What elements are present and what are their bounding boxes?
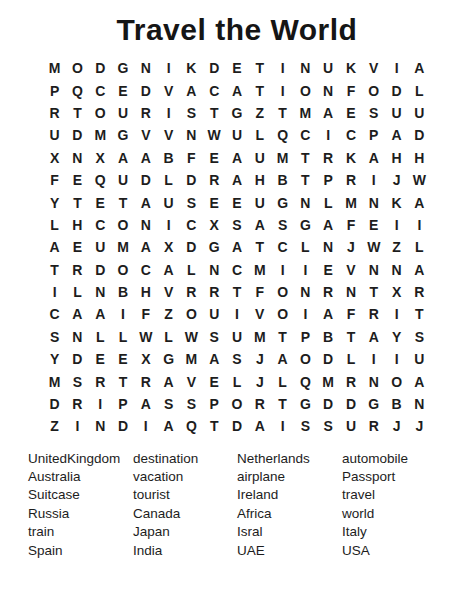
grid-cell-r9c14: J — [340, 236, 363, 258]
grid-cell-r3c6: I — [157, 102, 180, 124]
grid-cell-r2c2: Q — [66, 79, 89, 101]
grid-cell-r10c14: V — [340, 259, 363, 281]
grid-cell-r15c6: A — [157, 370, 180, 392]
grid-cell-r11c7: R — [180, 281, 203, 303]
grid-cell-r4c13: I — [317, 124, 340, 146]
grid-cell-r6c7: D — [180, 169, 203, 191]
word-list-item: Japan — [133, 523, 237, 541]
grid-cell-r17c15: R — [362, 415, 385, 437]
grid-cell-r17c11: I — [271, 415, 294, 437]
grid-cell-r14c9: S — [226, 348, 249, 370]
grid-cell-r5c12: T — [294, 147, 317, 169]
grid-cell-r6c13: P — [317, 169, 340, 191]
grid-cell-r2c4: E — [112, 79, 135, 101]
grid-cell-r7c10: U — [248, 191, 271, 213]
grid-cell-r2c10: T — [248, 79, 271, 101]
grid-cell-r5c13: R — [317, 147, 340, 169]
grid-cell-r6c16: J — [385, 169, 408, 191]
grid-cell-r2c5: D — [134, 79, 157, 101]
grid-cell-r4c17: D — [408, 124, 431, 146]
grid-cell-r16c13: D — [317, 393, 340, 415]
word-list-item: Canada — [133, 505, 237, 523]
grid-cell-r6c1: F — [43, 169, 66, 191]
grid-cell-r8c1: L — [43, 214, 66, 236]
grid-cell-r5c15: A — [362, 147, 385, 169]
grid-cell-r6c11: B — [271, 169, 294, 191]
grid-cell-r10c12: I — [294, 259, 317, 281]
grid-cell-r15c17: A — [408, 370, 431, 392]
grid-cell-r7c6: U — [157, 191, 180, 213]
grid-cell-r13c9: U — [226, 326, 249, 348]
grid-cell-r16c4: P — [112, 393, 135, 415]
grid-cell-r5c14: K — [340, 147, 363, 169]
grid-cell-r3c1: R — [43, 102, 66, 124]
grid-cell-r11c14: N — [340, 281, 363, 303]
grid-cell-r1c1: M — [43, 57, 66, 79]
grid-cell-r3c10: Z — [248, 102, 271, 124]
grid-cell-r11c2: L — [66, 281, 89, 303]
grid-cell-r17c4: D — [112, 415, 135, 437]
word-search-grid: MODGNIKDETINUKVIAPQCEDVACATIONFODLRTOURI… — [0, 57, 474, 438]
word-list-item: Passport — [342, 468, 474, 486]
grid-cell-r11c16: X — [385, 281, 408, 303]
grid-cell-r13c15: A — [362, 326, 385, 348]
grid-cell-r3c17: U — [408, 102, 431, 124]
grid-cell-r17c1: Z — [43, 415, 66, 437]
grid-cell-r12c17: T — [408, 303, 431, 325]
grid-cell-r14c8: A — [203, 348, 226, 370]
grid-cell-r9c8: G — [203, 236, 226, 258]
grid-cell-r15c3: R — [89, 370, 112, 392]
grid-cell-r7c16: K — [385, 191, 408, 213]
grid-cell-r4c9: U — [226, 124, 249, 146]
grid-cell-r4c16: A — [385, 124, 408, 146]
grid-cell-r8c10: A — [248, 214, 271, 236]
grid-cell-r2c3: C — [89, 79, 112, 101]
grid-cell-r1c12: N — [294, 57, 317, 79]
grid-cell-r3c5: R — [134, 102, 157, 124]
grid-cell-r14c17: U — [408, 348, 431, 370]
grid-cell-r3c11: T — [271, 102, 294, 124]
grid-cell-r7c1: Y — [43, 191, 66, 213]
grid-cell-r1c10: T — [248, 57, 271, 79]
grid-cell-r10c10: M — [248, 259, 271, 281]
grid-cell-r10c16: N — [385, 259, 408, 281]
grid-cell-r14c11: A — [271, 348, 294, 370]
grid-cell-r9c13: N — [317, 236, 340, 258]
grid-cell-r8c11: S — [271, 214, 294, 236]
grid-cell-r13c3: L — [89, 326, 112, 348]
grid-cell-r2c11: I — [271, 79, 294, 101]
grid-cell-r16c5: A — [134, 393, 157, 415]
grid-cell-r7c15: N — [362, 191, 385, 213]
grid-cell-r12c5: F — [134, 303, 157, 325]
grid-cell-r8c15: E — [362, 214, 385, 236]
grid-cell-r13c7: W — [180, 326, 203, 348]
grid-cell-r17c8: T — [203, 415, 226, 437]
grid-cell-r10c2: R — [66, 259, 89, 281]
grid-cell-r15c2: S — [66, 370, 89, 392]
grid-cell-r2c16: D — [385, 79, 408, 101]
grid-cell-r11c4: B — [112, 281, 135, 303]
grid-cell-r6c15: I — [362, 169, 385, 191]
grid-cell-r17c16: J — [385, 415, 408, 437]
grid-cell-r11c1: I — [43, 281, 66, 303]
grid-cell-r12c14: F — [340, 303, 363, 325]
grid-cell-r7c14: M — [340, 191, 363, 213]
grid-cell-r16c8: P — [203, 393, 226, 415]
grid-cell-r2c6: V — [157, 79, 180, 101]
grid-cell-r6c6: L — [157, 169, 180, 191]
grid-cell-r9c12: L — [294, 236, 317, 258]
grid-cell-r10c3: D — [89, 259, 112, 281]
grid-cell-r4c6: V — [157, 124, 180, 146]
grid-cell-r8c3: C — [89, 214, 112, 236]
grid-cell-r7c8: E — [203, 191, 226, 213]
grid-cell-r5c7: F — [180, 147, 203, 169]
grid-cell-r12c15: R — [362, 303, 385, 325]
grid-cell-r9c17: L — [408, 236, 431, 258]
grid-cell-r17c13: S — [317, 415, 340, 437]
grid-cell-r17c14: U — [340, 415, 363, 437]
word-list-item: world — [342, 505, 474, 523]
grid-cell-r8c17: I — [408, 214, 431, 236]
grid-cell-r12c6: Z — [157, 303, 180, 325]
grid-cell-r14c14: L — [340, 348, 363, 370]
grid-cell-r13c16: Y — [385, 326, 408, 348]
grid-cell-r7c7: S — [180, 191, 203, 213]
grid-cell-r7c2: T — [66, 191, 89, 213]
grid-cell-r17c12: S — [294, 415, 317, 437]
grid-cell-r2c7: A — [180, 79, 203, 101]
grid-cell-r12c10: V — [248, 303, 271, 325]
word-list-item: Netherlands — [237, 450, 342, 468]
grid-cell-r11c11: O — [271, 281, 294, 303]
grid-cell-r7c17: A — [408, 191, 431, 213]
grid-cell-r5c4: A — [112, 147, 135, 169]
word-list-column-1: UnitedKingdomAustraliaSuitcaseRussiatrai… — [28, 450, 133, 560]
grid-cell-r4c12: C — [294, 124, 317, 146]
grid-cell-r2c17: L — [408, 79, 431, 101]
grid-cell-r17c7: Q — [180, 415, 203, 437]
grid-cell-r8c5: N — [134, 214, 157, 236]
grid-cell-r11c5: H — [134, 281, 157, 303]
grid-cell-r2c13: N — [317, 79, 340, 101]
grid-cell-r13c12: P — [294, 326, 317, 348]
grid-cell-r11c12: N — [294, 281, 317, 303]
grid-cell-r16c9: O — [226, 393, 249, 415]
grid-cell-r5c6: B — [157, 147, 180, 169]
grid-cell-r3c8: T — [203, 102, 226, 124]
grid-cell-r5c3: X — [89, 147, 112, 169]
grid-cell-r11c15: T — [362, 281, 385, 303]
grid-cell-r16c14: D — [340, 393, 363, 415]
grid-cell-r16c7: S — [180, 393, 203, 415]
grid-cell-r1c6: I — [157, 57, 180, 79]
grid-cell-r17c10: A — [248, 415, 271, 437]
grid-cell-r4c8: W — [203, 124, 226, 146]
grid-cell-r9c15: W — [362, 236, 385, 258]
grid-cell-r15c1: M — [43, 370, 66, 392]
word-list: UnitedKingdomAustraliaSuitcaseRussiatrai… — [0, 450, 474, 560]
grid-cell-r8c2: H — [66, 214, 89, 236]
puzzle-title: Travel the World — [0, 0, 474, 47]
grid-cell-r12c9: I — [226, 303, 249, 325]
grid-cell-r12c8: U — [203, 303, 226, 325]
grid-cell-r6c8: R — [203, 169, 226, 191]
grid-cell-r10c5: C — [134, 259, 157, 281]
grid-cell-r5c2: N — [66, 147, 89, 169]
grid-cell-r7c3: E — [89, 191, 112, 213]
word-list-item: Suitcase — [28, 486, 133, 504]
grid-cell-r9c6: X — [157, 236, 180, 258]
grid-cell-r14c7: M — [180, 348, 203, 370]
grid-cell-r15c11: L — [271, 370, 294, 392]
grid-cell-r10c11: I — [271, 259, 294, 281]
grid-cell-r1c5: N — [134, 57, 157, 79]
grid-cell-r9c11: C — [271, 236, 294, 258]
word-list-item: automobile — [342, 450, 474, 468]
grid-cell-r16c17: N — [408, 393, 431, 415]
word-list-column-2: destinationvacationtouristCanadaJapanInd… — [133, 450, 237, 560]
grid-cell-r14c4: E — [112, 348, 135, 370]
grid-cell-r4c10: L — [248, 124, 271, 146]
grid-cell-r5c5: A — [134, 147, 157, 169]
grid-cell-r11c6: V — [157, 281, 180, 303]
grid-cell-r2c14: F — [340, 79, 363, 101]
grid-cell-r5c8: E — [203, 147, 226, 169]
grid-cell-r3c2: T — [66, 102, 89, 124]
grid-cell-r15c4: T — [112, 370, 135, 392]
grid-cell-r16c1: D — [43, 393, 66, 415]
grid-cell-r13c8: S — [203, 326, 226, 348]
word-list-item: Russia — [28, 505, 133, 523]
grid-cell-r16c15: G — [362, 393, 385, 415]
grid-cell-r13c10: M — [248, 326, 271, 348]
grid-cell-r4c4: G — [112, 124, 135, 146]
grid-cell-r1c3: D — [89, 57, 112, 79]
grid-cell-r12c12: I — [294, 303, 317, 325]
grid-cell-r3c15: S — [362, 102, 385, 124]
grid-cell-r12c3: A — [89, 303, 112, 325]
grid-cell-r12c1: C — [43, 303, 66, 325]
grid-cell-r6c9: A — [226, 169, 249, 191]
grid-cell-r9c5: A — [134, 236, 157, 258]
grid-cell-r13c4: L — [112, 326, 135, 348]
word-list-column-3: NetherlandsairplaneIrelandAfricaIsralUAE — [237, 450, 342, 560]
grid-cell-r9c16: Z — [385, 236, 408, 258]
word-list-item: Italy — [342, 523, 474, 541]
grid-cell-r17c2: I — [66, 415, 89, 437]
word-list-item: UAE — [237, 542, 342, 560]
grid-cell-r4c2: D — [66, 124, 89, 146]
grid-cell-r14c12: O — [294, 348, 317, 370]
grid-cell-r11c9: T — [226, 281, 249, 303]
grid-cell-r6c10: H — [248, 169, 271, 191]
grid-cell-r11c13: R — [317, 281, 340, 303]
grid-cell-r5c11: M — [271, 147, 294, 169]
grid-cell-r13c5: W — [134, 326, 157, 348]
grid-cell-r14c2: D — [66, 348, 89, 370]
grid-cell-r5c17: H — [408, 147, 431, 169]
grid-cell-r15c5: R — [134, 370, 157, 392]
grid-cell-r8c8: X — [203, 214, 226, 236]
grid-cell-r6c12: T — [294, 169, 317, 191]
grid-cell-r4c1: U — [43, 124, 66, 146]
grid-cell-r5c9: A — [226, 147, 249, 169]
grid-cell-r1c11: I — [271, 57, 294, 79]
grid-cell-r9c4: M — [112, 236, 135, 258]
word-list-item: Spain — [28, 542, 133, 560]
grid-cell-r12c2: A — [66, 303, 89, 325]
grid-cell-r2c8: C — [203, 79, 226, 101]
grid-cell-r4c5: V — [134, 124, 157, 146]
grid-cell-r3c3: O — [89, 102, 112, 124]
grid-cell-r6c4: U — [112, 169, 135, 191]
grid-cell-r8c7: C — [180, 214, 203, 236]
grid-cell-r6c2: E — [66, 169, 89, 191]
grid-cell-r3c9: G — [226, 102, 249, 124]
grid-cell-r15c8: E — [203, 370, 226, 392]
grid-cell-r3c16: U — [385, 102, 408, 124]
grid-cell-r2c12: O — [294, 79, 317, 101]
grid-cell-r9c9: A — [226, 236, 249, 258]
grid-cell-r11c10: F — [248, 281, 271, 303]
grid-cell-r3c7: S — [180, 102, 203, 124]
grid-cell-r9c7: D — [180, 236, 203, 258]
grid-cell-r10c17: A — [408, 259, 431, 281]
grid-cell-r13c6: L — [157, 326, 180, 348]
grid-cell-r16c3: I — [89, 393, 112, 415]
grid-cell-r16c16: B — [385, 393, 408, 415]
word-list-item: India — [133, 542, 237, 560]
grid-cell-r8c14: F — [340, 214, 363, 236]
grid-cell-r7c13: L — [317, 191, 340, 213]
grid-cell-r4c7: N — [180, 124, 203, 146]
grid-cell-r10c8: N — [203, 259, 226, 281]
grid-cell-r14c13: D — [317, 348, 340, 370]
word-list-item: Ireland — [237, 486, 342, 504]
grid-cell-r8c9: S — [226, 214, 249, 236]
grid-cell-r8c16: I — [385, 214, 408, 236]
grid-cell-r10c7: L — [180, 259, 203, 281]
grid-cell-r10c13: E — [317, 259, 340, 281]
grid-cell-r16c6: S — [157, 393, 180, 415]
grid-cell-r1c4: G — [112, 57, 135, 79]
grid-cell-r10c6: A — [157, 259, 180, 281]
grid-cell-r15c12: Q — [294, 370, 317, 392]
grid-cell-r8c4: O — [112, 214, 135, 236]
grid-cell-r14c3: E — [89, 348, 112, 370]
grid-cell-r13c1: S — [43, 326, 66, 348]
grid-cell-r13c11: T — [271, 326, 294, 348]
word-list-item: USA — [342, 542, 474, 560]
grid-cell-r16c11: T — [271, 393, 294, 415]
grid-cell-r13c13: B — [317, 326, 340, 348]
word-list-item: Australia — [28, 468, 133, 486]
grid-cell-r15c9: L — [226, 370, 249, 392]
grid-cell-r12c7: O — [180, 303, 203, 325]
grid-cell-r14c16: I — [385, 348, 408, 370]
grid-cell-r14c6: G — [157, 348, 180, 370]
grid-cell-r4c14: C — [340, 124, 363, 146]
grid-cell-r3c14: E — [340, 102, 363, 124]
grid-cell-r11c17: R — [408, 281, 431, 303]
grid-cell-r7c11: G — [271, 191, 294, 213]
grid-cell-r1c15: V — [362, 57, 385, 79]
grid-cell-r9c2: E — [66, 236, 89, 258]
grid-cell-r7c12: N — [294, 191, 317, 213]
grid-cell-r17c5: I — [134, 415, 157, 437]
grid-cell-r13c14: T — [340, 326, 363, 348]
grid-cell-r1c13: U — [317, 57, 340, 79]
grid-cell-r2c1: P — [43, 79, 66, 101]
grid-cell-r1c17: A — [408, 57, 431, 79]
grid-cell-r7c9: E — [226, 191, 249, 213]
word-list-column-4: automobilePassporttravelworldItalyUSA — [342, 450, 474, 560]
grid-cell-r1c2: O — [66, 57, 89, 79]
grid-cell-r4c3: M — [89, 124, 112, 146]
grid-cell-r6c5: D — [134, 169, 157, 191]
grid-cell-r1c9: E — [226, 57, 249, 79]
grid-cell-r3c4: U — [112, 102, 135, 124]
grid-cell-r16c2: R — [66, 393, 89, 415]
grid-cell-r4c15: P — [362, 124, 385, 146]
grid-cell-r15c14: R — [340, 370, 363, 392]
word-list-item: Isral — [237, 523, 342, 541]
grid-cell-r4c11: Q — [271, 124, 294, 146]
grid-cell-r12c16: I — [385, 303, 408, 325]
grid-cell-r1c8: D — [203, 57, 226, 79]
grid-cell-r8c6: I — [157, 214, 180, 236]
grid-cell-r17c3: N — [89, 415, 112, 437]
grid-cell-r15c10: J — [248, 370, 271, 392]
grid-cell-r9c3: U — [89, 236, 112, 258]
grid-cell-r6c3: Q — [89, 169, 112, 191]
word-list-item: train — [28, 523, 133, 541]
grid-cell-r7c5: A — [134, 191, 157, 213]
grid-cell-r11c3: N — [89, 281, 112, 303]
word-list-item: travel — [342, 486, 474, 504]
grid-cell-r16c12: G — [294, 393, 317, 415]
grid-cell-r10c9: C — [226, 259, 249, 281]
grid-cell-r14c15: I — [362, 348, 385, 370]
grid-cell-r14c1: Y — [43, 348, 66, 370]
grid-cell-r5c10: U — [248, 147, 271, 169]
word-list-item: airplane — [237, 468, 342, 486]
grid-cell-r12c11: O — [271, 303, 294, 325]
grid-cell-r12c4: I — [112, 303, 135, 325]
grid-cell-r14c10: J — [248, 348, 271, 370]
grid-cell-r17c17: J — [408, 415, 431, 437]
grid-cell-r5c16: H — [385, 147, 408, 169]
grid-cell-r1c16: I — [385, 57, 408, 79]
grid-cell-r5c1: X — [43, 147, 66, 169]
grid-cell-r9c10: T — [248, 236, 271, 258]
grid-cell-r11c8: R — [203, 281, 226, 303]
grid-cell-r17c6: A — [157, 415, 180, 437]
grid-cell-r10c15: N — [362, 259, 385, 281]
grid-cell-r8c13: A — [317, 214, 340, 236]
grid-cell-r15c7: V — [180, 370, 203, 392]
grid-cell-r16c10: R — [248, 393, 271, 415]
grid-cell-r15c16: O — [385, 370, 408, 392]
grid-cell-r12c13: A — [317, 303, 340, 325]
grid-cell-r6c17: W — [408, 169, 431, 191]
grid-cell-r17c9: D — [226, 415, 249, 437]
grid-cell-r6c14: R — [340, 169, 363, 191]
word-list-item: destination — [133, 450, 237, 468]
